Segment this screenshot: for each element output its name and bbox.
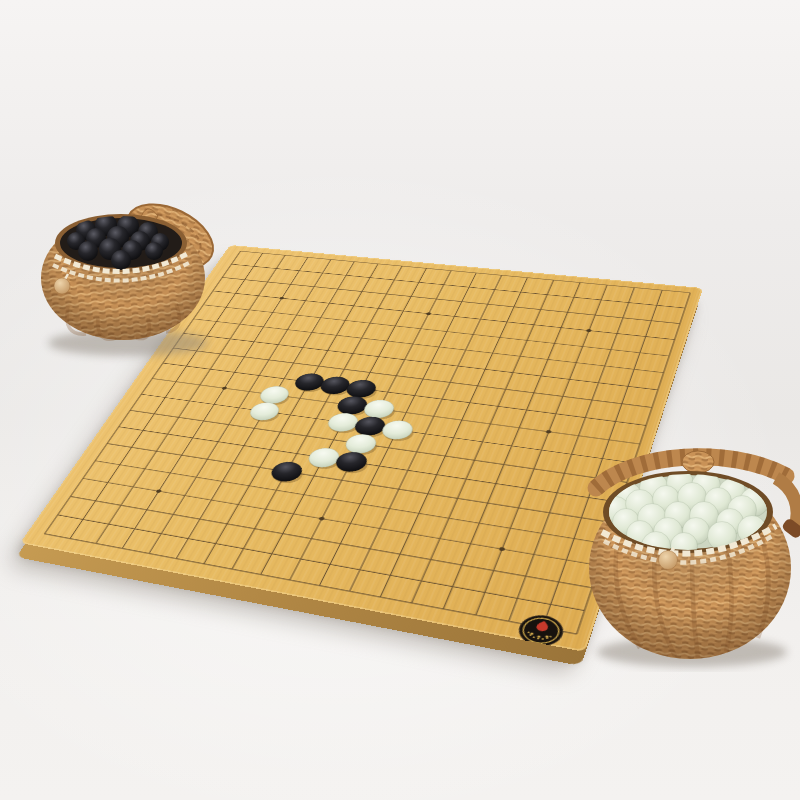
black-stone-H6[interactable] — [267, 460, 306, 483]
go-set-product-photo — [0, 0, 800, 800]
star-point — [279, 297, 285, 300]
bowl-black-stone — [145, 242, 163, 260]
star-point — [499, 547, 506, 552]
wooden-bead — [659, 551, 678, 570]
bowl-black-stone — [78, 241, 98, 261]
basket-white-stones — [580, 426, 800, 672]
star-point — [221, 387, 227, 390]
star-point — [586, 329, 592, 332]
white-stone-F10[interactable] — [256, 385, 293, 406]
wooden-bead — [54, 278, 70, 294]
star-point — [318, 517, 325, 521]
bowl-black-stone — [111, 250, 131, 270]
basket-black-stones — [28, 196, 228, 368]
star-point — [426, 312, 432, 315]
star-point — [156, 489, 162, 493]
star-point — [546, 430, 552, 434]
